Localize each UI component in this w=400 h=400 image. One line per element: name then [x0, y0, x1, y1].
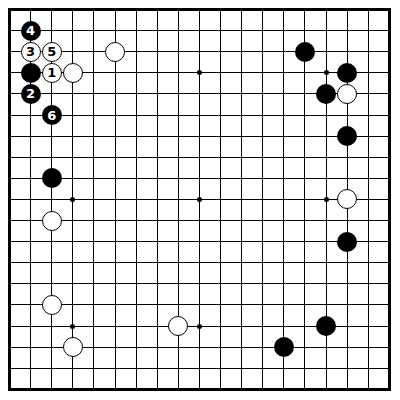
stone-black-R8[interactable] [337, 232, 357, 252]
star-point [324, 197, 329, 202]
stone-black-C14[interactable]: 6 [42, 105, 62, 125]
stone-white-C16[interactable]: 1 [42, 63, 62, 83]
star-point [197, 197, 202, 202]
stone-black-B18[interactable]: 4 [21, 21, 41, 41]
go-diagram-page: 435126 [0, 0, 400, 400]
stone-white-C17[interactable]: 5 [42, 42, 62, 62]
go-board[interactable]: 435126 [0, 0, 400, 400]
stone-white-D16[interactable] [63, 63, 83, 83]
stone-black-B16[interactable] [21, 63, 41, 83]
star-point [197, 324, 202, 329]
stone-black-C11[interactable] [42, 168, 62, 188]
star-point [324, 70, 329, 75]
stone-white-C5[interactable] [42, 295, 62, 315]
stone-black-Q15[interactable] [316, 84, 336, 104]
stone-black-R16[interactable] [337, 63, 357, 83]
stone-black-O3[interactable] [274, 337, 294, 357]
stone-white-D3[interactable] [63, 337, 83, 357]
stone-white-F17[interactable] [105, 42, 125, 62]
star-point [70, 324, 75, 329]
stone-black-P17[interactable] [295, 42, 315, 62]
stone-white-B17[interactable]: 3 [21, 42, 41, 62]
stone-black-B15[interactable]: 2 [21, 84, 41, 104]
stone-white-C9[interactable] [42, 211, 62, 231]
stone-white-R15[interactable] [337, 84, 357, 104]
stone-black-Q4[interactable] [316, 316, 336, 336]
